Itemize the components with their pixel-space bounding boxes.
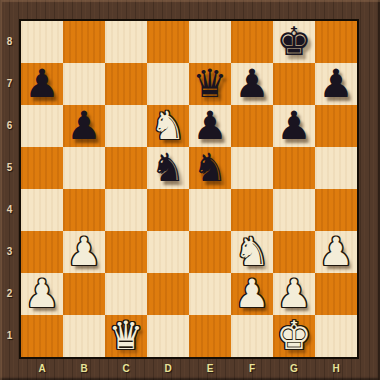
square-f2[interactable]: ♟ bbox=[231, 273, 273, 315]
square-h7[interactable]: ♟ bbox=[315, 63, 357, 105]
square-b1[interactable] bbox=[63, 315, 105, 357]
square-g4[interactable] bbox=[273, 189, 315, 231]
square-e8[interactable] bbox=[189, 21, 231, 63]
rank-label-8: 8 bbox=[0, 21, 19, 63]
square-a7[interactable]: ♟ bbox=[21, 63, 63, 105]
square-h8[interactable] bbox=[315, 21, 357, 63]
square-e4[interactable] bbox=[189, 189, 231, 231]
square-c3[interactable] bbox=[105, 231, 147, 273]
piece-white-king-g1[interactable]: ♚ bbox=[273, 315, 315, 357]
rank-label-6: 6 bbox=[0, 105, 19, 147]
chess-board: ♚♟♛♟♟♟♞♟♟♞♞♟♞♟♟♟♟♛♚ bbox=[19, 19, 359, 359]
piece-black-pawn-h7[interactable]: ♟ bbox=[315, 63, 357, 105]
square-h1[interactable] bbox=[315, 315, 357, 357]
file-label-c: C bbox=[105, 360, 147, 378]
square-e6[interactable]: ♟ bbox=[189, 105, 231, 147]
square-h5[interactable] bbox=[315, 147, 357, 189]
square-b4[interactable] bbox=[63, 189, 105, 231]
square-a5[interactable] bbox=[21, 147, 63, 189]
piece-white-pawn-f2[interactable]: ♟ bbox=[231, 273, 273, 315]
rank-label-1: 1 bbox=[0, 315, 19, 357]
piece-black-knight-d5[interactable]: ♞ bbox=[147, 147, 189, 189]
square-c4[interactable] bbox=[105, 189, 147, 231]
square-c1[interactable]: ♛ bbox=[105, 315, 147, 357]
square-f8[interactable] bbox=[231, 21, 273, 63]
square-g5[interactable] bbox=[273, 147, 315, 189]
piece-white-pawn-b3[interactable]: ♟ bbox=[63, 231, 105, 273]
square-f6[interactable] bbox=[231, 105, 273, 147]
piece-white-knight-f3[interactable]: ♞ bbox=[231, 231, 273, 273]
piece-black-pawn-e6[interactable]: ♟ bbox=[189, 105, 231, 147]
rank-label-2: 2 bbox=[0, 273, 19, 315]
piece-black-pawn-g6[interactable]: ♟ bbox=[273, 105, 315, 147]
square-a1[interactable] bbox=[21, 315, 63, 357]
square-d6[interactable]: ♞ bbox=[147, 105, 189, 147]
square-h6[interactable] bbox=[315, 105, 357, 147]
square-a2[interactable]: ♟ bbox=[21, 273, 63, 315]
square-h4[interactable] bbox=[315, 189, 357, 231]
square-b2[interactable] bbox=[63, 273, 105, 315]
square-a3[interactable] bbox=[21, 231, 63, 273]
file-label-h: H bbox=[315, 360, 357, 378]
piece-black-pawn-b6[interactable]: ♟ bbox=[63, 105, 105, 147]
rank-label-3: 3 bbox=[0, 231, 19, 273]
rank-label-4: 4 bbox=[0, 189, 19, 231]
square-a4[interactable] bbox=[21, 189, 63, 231]
file-label-b: B bbox=[63, 360, 105, 378]
piece-white-pawn-g2[interactable]: ♟ bbox=[273, 273, 315, 315]
square-d3[interactable] bbox=[147, 231, 189, 273]
square-d1[interactable] bbox=[147, 315, 189, 357]
square-c8[interactable] bbox=[105, 21, 147, 63]
square-c5[interactable] bbox=[105, 147, 147, 189]
piece-black-king-g8[interactable]: ♚ bbox=[273, 21, 315, 63]
square-b5[interactable] bbox=[63, 147, 105, 189]
square-f5[interactable] bbox=[231, 147, 273, 189]
piece-black-knight-e5[interactable]: ♞ bbox=[189, 147, 231, 189]
file-label-a: A bbox=[21, 360, 63, 378]
square-d8[interactable] bbox=[147, 21, 189, 63]
square-f3[interactable]: ♞ bbox=[231, 231, 273, 273]
rank-label-5: 5 bbox=[0, 147, 19, 189]
square-c7[interactable] bbox=[105, 63, 147, 105]
square-d2[interactable] bbox=[147, 273, 189, 315]
square-h2[interactable] bbox=[315, 273, 357, 315]
square-e1[interactable] bbox=[189, 315, 231, 357]
piece-white-pawn-h3[interactable]: ♟ bbox=[315, 231, 357, 273]
square-d4[interactable] bbox=[147, 189, 189, 231]
square-e7[interactable]: ♛ bbox=[189, 63, 231, 105]
piece-white-pawn-a2[interactable]: ♟ bbox=[21, 273, 63, 315]
file-label-d: D bbox=[147, 360, 189, 378]
file-label-g: G bbox=[273, 360, 315, 378]
file-label-f: F bbox=[231, 360, 273, 378]
square-c2[interactable] bbox=[105, 273, 147, 315]
square-b7[interactable] bbox=[63, 63, 105, 105]
square-g7[interactable] bbox=[273, 63, 315, 105]
file-label-e: E bbox=[189, 360, 231, 378]
piece-white-knight-d6[interactable]: ♞ bbox=[147, 105, 189, 147]
square-d5[interactable]: ♞ bbox=[147, 147, 189, 189]
square-f7[interactable]: ♟ bbox=[231, 63, 273, 105]
board-frame: ♚♟♛♟♟♟♞♟♟♞♞♟♞♟♟♟♟♛♚ 87654321 ABCDEFGH bbox=[0, 0, 380, 380]
rank-label-7: 7 bbox=[0, 63, 19, 105]
square-h3[interactable]: ♟ bbox=[315, 231, 357, 273]
square-g2[interactable]: ♟ bbox=[273, 273, 315, 315]
square-a8[interactable] bbox=[21, 21, 63, 63]
piece-black-pawn-f7[interactable]: ♟ bbox=[231, 63, 273, 105]
piece-white-queen-c1[interactable]: ♛ bbox=[105, 315, 147, 357]
square-e5[interactable]: ♞ bbox=[189, 147, 231, 189]
square-b3[interactable]: ♟ bbox=[63, 231, 105, 273]
square-g6[interactable]: ♟ bbox=[273, 105, 315, 147]
square-e3[interactable] bbox=[189, 231, 231, 273]
square-b6[interactable]: ♟ bbox=[63, 105, 105, 147]
square-e2[interactable] bbox=[189, 273, 231, 315]
square-b8[interactable] bbox=[63, 21, 105, 63]
square-f1[interactable] bbox=[231, 315, 273, 357]
piece-black-pawn-a7[interactable]: ♟ bbox=[21, 63, 63, 105]
piece-black-queen-e7[interactable]: ♛ bbox=[189, 63, 231, 105]
square-d7[interactable] bbox=[147, 63, 189, 105]
square-f4[interactable] bbox=[231, 189, 273, 231]
square-g8[interactable]: ♚ bbox=[273, 21, 315, 63]
square-c6[interactable] bbox=[105, 105, 147, 147]
square-a6[interactable] bbox=[21, 105, 63, 147]
square-g3[interactable] bbox=[273, 231, 315, 273]
square-g1[interactable]: ♚ bbox=[273, 315, 315, 357]
